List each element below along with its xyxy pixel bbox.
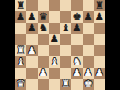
square-c1[interactable] <box>38 79 49 90</box>
square-h2[interactable]: ♟ <box>94 68 105 79</box>
square-h1[interactable] <box>94 79 105 90</box>
square-g4[interactable] <box>83 45 94 56</box>
black-pawn-icon: ♟ <box>72 23 81 33</box>
black-pawn-icon: ♟ <box>95 11 104 21</box>
square-e1[interactable]: ♜ <box>60 79 71 90</box>
left-background-bar <box>0 0 15 90</box>
square-a7[interactable]: ♟ <box>15 11 26 22</box>
square-g8[interactable] <box>83 0 94 11</box>
black-pawn-icon: ♟ <box>27 23 36 33</box>
square-h8[interactable]: ♜ <box>94 0 105 11</box>
square-b4[interactable]: ♟ <box>26 45 37 56</box>
square-b1[interactable] <box>26 79 37 90</box>
square-f4[interactable] <box>71 45 82 56</box>
white-bishop-icon: ♝ <box>16 56 25 66</box>
white-rook-icon: ♜ <box>61 79 70 89</box>
square-f8[interactable] <box>71 0 82 11</box>
square-a6[interactable] <box>15 23 26 34</box>
white-pawn-icon: ♟ <box>72 68 81 78</box>
square-e2[interactable] <box>60 68 71 79</box>
square-a2[interactable] <box>15 68 26 79</box>
square-h3[interactable] <box>94 56 105 67</box>
black-queen-icon: ♛ <box>39 11 48 21</box>
square-c2[interactable]: ♟ <box>38 68 49 79</box>
black-pawn-icon: ♟ <box>27 11 36 21</box>
square-c7[interactable]: ♛ <box>38 11 49 22</box>
square-c6[interactable]: ♞ <box>38 23 49 34</box>
square-f3[interactable]: ♞ <box>71 56 82 67</box>
square-f2[interactable]: ♟ <box>71 68 82 79</box>
square-g6[interactable] <box>83 23 94 34</box>
square-a5[interactable] <box>15 34 26 45</box>
square-h5[interactable] <box>94 34 105 45</box>
square-g5[interactable] <box>83 34 94 45</box>
square-h4[interactable] <box>94 45 105 56</box>
chess-board: ♜♜♟♟♛♚♟♟♟♞♝♟♟♜♟♝♝♞♟♟♟♟♛♜♚ <box>15 0 105 90</box>
square-c3[interactable] <box>38 56 49 67</box>
square-d2[interactable] <box>49 68 60 79</box>
square-e8[interactable] <box>60 0 71 11</box>
square-d7[interactable] <box>49 11 60 22</box>
square-a4[interactable]: ♜ <box>15 45 26 56</box>
white-knight-icon: ♞ <box>72 56 81 66</box>
square-d5[interactable]: ♟ <box>49 34 60 45</box>
black-bishop-icon: ♝ <box>61 23 70 33</box>
black-pawn-icon: ♟ <box>16 11 25 21</box>
square-e6[interactable]: ♝ <box>60 23 71 34</box>
square-a8[interactable]: ♜ <box>15 0 26 11</box>
white-pawn-icon: ♟ <box>27 45 36 55</box>
black-pawn-icon: ♟ <box>50 34 59 44</box>
square-e4[interactable] <box>60 45 71 56</box>
square-g1[interactable]: ♚ <box>83 79 94 90</box>
white-pawn-icon: ♟ <box>39 68 48 78</box>
black-pawn-icon: ♟ <box>84 11 93 21</box>
square-c8[interactable] <box>38 0 49 11</box>
black-knight-icon: ♞ <box>39 23 48 33</box>
square-f6[interactable]: ♟ <box>71 23 82 34</box>
square-e3[interactable] <box>60 56 71 67</box>
square-d4[interactable] <box>49 45 60 56</box>
square-a3[interactable]: ♝ <box>15 56 26 67</box>
white-king-icon: ♚ <box>84 79 93 89</box>
white-pawn-icon: ♟ <box>95 68 104 78</box>
square-d8[interactable] <box>49 0 60 11</box>
square-b6[interactable]: ♟ <box>26 23 37 34</box>
square-f7[interactable]: ♚ <box>71 11 82 22</box>
square-g7[interactable]: ♟ <box>83 11 94 22</box>
square-e5[interactable] <box>60 34 71 45</box>
square-d3[interactable]: ♝ <box>49 56 60 67</box>
square-b7[interactable]: ♟ <box>26 11 37 22</box>
black-king-icon: ♚ <box>72 11 81 21</box>
square-h6[interactable] <box>94 23 105 34</box>
white-queen-icon: ♛ <box>16 79 25 89</box>
right-background-bar <box>105 0 120 90</box>
white-pawn-icon: ♟ <box>84 68 93 78</box>
square-b8[interactable] <box>26 0 37 11</box>
black-rook-icon: ♜ <box>16 0 25 10</box>
white-rook-icon: ♜ <box>16 45 25 55</box>
square-d1[interactable] <box>49 79 60 90</box>
square-c4[interactable] <box>38 45 49 56</box>
square-f5[interactable] <box>71 34 82 45</box>
square-b3[interactable] <box>26 56 37 67</box>
square-d6[interactable] <box>49 23 60 34</box>
square-h7[interactable]: ♟ <box>94 11 105 22</box>
square-b2[interactable] <box>26 68 37 79</box>
black-rook-icon: ♜ <box>95 0 104 10</box>
square-g3[interactable] <box>83 56 94 67</box>
square-c5[interactable] <box>38 34 49 45</box>
square-f1[interactable] <box>71 79 82 90</box>
white-bishop-icon: ♝ <box>50 56 59 66</box>
square-b5[interactable] <box>26 34 37 45</box>
square-a1[interactable]: ♛ <box>15 79 26 90</box>
square-e7[interactable] <box>60 11 71 22</box>
square-g2[interactable]: ♟ <box>83 68 94 79</box>
